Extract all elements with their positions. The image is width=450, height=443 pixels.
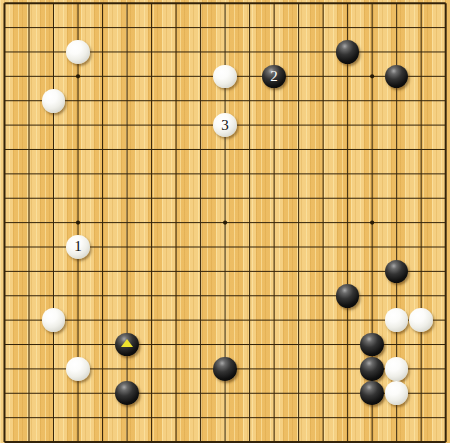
stone-white[interactable]: 3: [213, 113, 237, 137]
board-cell: 1: [66, 235, 91, 259]
board-cell: [384, 381, 409, 405]
board-cell: [384, 64, 409, 88]
stone-black[interactable]: [336, 284, 360, 308]
board-cell: [360, 332, 385, 356]
stone-black[interactable]: 2: [262, 65, 286, 89]
board-cell: [115, 332, 140, 356]
stone-white[interactable]: [385, 357, 409, 381]
stone-white[interactable]: [385, 381, 409, 405]
stone-white[interactable]: [42, 89, 66, 113]
stone-black[interactable]: [360, 381, 384, 405]
stone-black[interactable]: [115, 381, 139, 405]
board-cell: [115, 381, 140, 405]
stone-black[interactable]: [213, 357, 237, 381]
board-cell: [384, 259, 409, 283]
board-cell: [41, 308, 66, 332]
move-number-label: 1: [74, 239, 82, 254]
board-cell: 2: [262, 64, 287, 88]
stone-white[interactable]: [66, 357, 90, 381]
stone-black[interactable]: [385, 65, 409, 89]
board-cell: [409, 308, 434, 332]
board-cell: [384, 357, 409, 381]
triangle-marker-icon: [121, 339, 133, 347]
stone-white[interactable]: [385, 308, 409, 332]
stone-black[interactable]: [360, 357, 384, 381]
board-cell: [335, 284, 360, 308]
board-cell: [335, 40, 360, 64]
stone-black[interactable]: [115, 333, 139, 357]
board-cell: [66, 40, 91, 64]
stone-white[interactable]: [66, 40, 90, 64]
board-cell: [41, 89, 66, 113]
stone-white[interactable]: [409, 308, 433, 332]
stone-black[interactable]: [360, 333, 384, 357]
stone-white[interactable]: 1: [66, 235, 90, 259]
board-cell: [213, 357, 238, 381]
go-board[interactable]: 231: [0, 0, 450, 443]
stone-black[interactable]: [336, 40, 360, 64]
move-number-label: 2: [270, 68, 278, 83]
stone-grid: 231: [0, 0, 450, 443]
board-cell: 3: [213, 113, 238, 137]
move-number-label: 3: [221, 117, 229, 132]
stone-black[interactable]: [385, 260, 409, 284]
board-cell: [360, 381, 385, 405]
stone-white[interactable]: [42, 308, 66, 332]
board-cell: [384, 308, 409, 332]
board-cell: [66, 357, 91, 381]
board-cell: [213, 64, 238, 88]
stone-white[interactable]: [213, 65, 237, 89]
board-cell: [360, 357, 385, 381]
